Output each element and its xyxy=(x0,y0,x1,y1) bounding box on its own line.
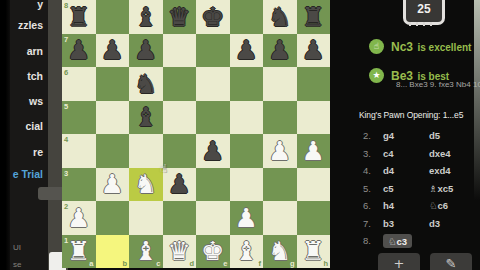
square-c2[interactable] xyxy=(129,201,163,235)
square-f2[interactable]: ♟ xyxy=(230,201,264,235)
square-f5[interactable] xyxy=(230,101,264,135)
square-b1[interactable]: b xyxy=(96,235,130,269)
black-pawn-f7: ♟ xyxy=(230,34,264,68)
square-c5[interactable]: ♝ xyxy=(129,101,163,135)
square-g1[interactable]: g♞ xyxy=(263,235,297,269)
square-e8[interactable]: ♚ xyxy=(196,0,230,34)
square-f3[interactable] xyxy=(230,168,264,202)
move-number: 8. xyxy=(363,235,383,246)
black-queen-d8: ♛ xyxy=(163,0,197,34)
white-pawn-b3: ♟ xyxy=(96,168,130,202)
black-pawn-e4: ♟ xyxy=(196,134,230,168)
move-row: 2.g4d5 xyxy=(363,127,480,145)
white-move[interactable]: d4 xyxy=(383,165,429,176)
square-f1[interactable]: f♝ xyxy=(230,235,264,269)
square-g2[interactable] xyxy=(263,201,297,235)
square-b7[interactable]: ♟ xyxy=(96,34,130,68)
black-move[interactable]: dxe4 xyxy=(429,148,480,159)
white-move[interactable]: c5 xyxy=(383,183,429,194)
white-knight-c3: ♞ xyxy=(129,168,163,202)
add-button[interactable]: + xyxy=(378,253,420,270)
square-e3[interactable] xyxy=(196,168,230,202)
black-rook-h8: ♜ xyxy=(297,0,331,34)
black-move[interactable]: exd4 xyxy=(429,165,480,176)
square-g5[interactable] xyxy=(263,101,297,135)
square-h6[interactable] xyxy=(297,67,331,101)
engine-move-label: Nc3 xyxy=(391,40,413,54)
white-move[interactable]: b3 xyxy=(383,218,429,229)
opening-name[interactable]: King's Pawn Opening: 1...e5 xyxy=(359,110,478,120)
white-pawn-f2: ♟ xyxy=(230,201,264,235)
white-pawn-h4: ♟ xyxy=(297,134,331,168)
square-e2[interactable] xyxy=(196,201,230,235)
rank-label: 4 xyxy=(64,136,68,144)
square-h8[interactable]: ♜ xyxy=(297,0,331,34)
square-h7[interactable]: ♟ xyxy=(297,34,331,68)
square-g8[interactable]: ♞ xyxy=(263,0,297,34)
chip-pins-decoration xyxy=(409,22,435,26)
square-a1[interactable]: 1a♜ xyxy=(62,235,96,269)
square-g6[interactable] xyxy=(263,67,297,101)
square-d3[interactable]: ♟ xyxy=(163,168,197,202)
square-d4[interactable] xyxy=(163,134,197,168)
file-label: f xyxy=(259,260,262,268)
rank-label: 6 xyxy=(64,69,68,77)
square-a4[interactable]: 4 xyxy=(62,134,96,168)
square-d6[interactable] xyxy=(163,67,197,101)
black-move[interactable]: d3 xyxy=(429,218,480,229)
black-pawn-c7: ♟ xyxy=(129,34,163,68)
white-move[interactable]: h4 xyxy=(383,200,429,211)
chess-board: 8♜♝♛♚♞♜7♟♟♟♟♟♟6♞5♝4♟♟♟3♟♞♟2♟♟1a♜bc♝d♛e♚f… xyxy=(62,0,330,268)
square-e4[interactable]: ♟ xyxy=(196,134,230,168)
black-pawn-b7: ♟ xyxy=(96,34,130,68)
sidebar-item[interactable]: arn xyxy=(10,45,43,57)
square-a5[interactable]: 5 xyxy=(62,101,96,135)
sidebar-footer-text: UI xyxy=(13,243,21,252)
sidebar-item[interactable]: zzles xyxy=(10,19,43,31)
move-number: 5. xyxy=(363,183,383,194)
square-d5[interactable] xyxy=(163,101,197,135)
white-pawn-g4: ♟ xyxy=(263,134,297,168)
square-h4[interactable]: ♟ xyxy=(297,134,331,168)
rank-label: 3 xyxy=(64,170,68,178)
move-number: 2. xyxy=(363,130,383,141)
sidebar-item[interactable]: re xyxy=(10,146,43,158)
square-g4[interactable]: ♟ xyxy=(263,134,297,168)
star-icon: ★ xyxy=(369,68,384,83)
square-a7[interactable]: 7♟ xyxy=(62,34,96,68)
square-f6[interactable] xyxy=(230,67,264,101)
sidebar-item[interactable]: ws xyxy=(10,95,43,107)
square-g3[interactable] xyxy=(263,168,297,202)
sidebar-item[interactable]: tch xyxy=(10,70,43,82)
black-knight-g8: ♞ xyxy=(263,0,297,34)
move-row: 4.d4exd4 xyxy=(363,162,480,180)
square-f7[interactable]: ♟ xyxy=(230,34,264,68)
edit-button[interactable]: ✎ xyxy=(430,253,472,270)
square-b2[interactable] xyxy=(96,201,130,235)
engine-verdict-label: is excellent xyxy=(417,42,471,53)
black-move[interactable]: d5 xyxy=(429,130,480,141)
sidebar-footer-text: se xyxy=(13,260,21,269)
current-move-chip[interactable]: ♘c3 xyxy=(383,234,412,248)
black-move[interactable]: ♗xc5 xyxy=(429,183,480,194)
square-e5[interactable] xyxy=(196,101,230,135)
square-h3[interactable] xyxy=(297,168,331,202)
file-label: h xyxy=(323,260,328,268)
square-h2[interactable] xyxy=(297,201,331,235)
square-c7[interactable]: ♟ xyxy=(129,34,163,68)
black-pawn-g7: ♟ xyxy=(263,34,297,68)
square-b6[interactable] xyxy=(96,67,130,101)
square-a6[interactable]: 6 xyxy=(62,67,96,101)
sidebar-item[interactable]: y xyxy=(10,0,43,10)
black-pawn-h7: ♟ xyxy=(297,34,331,68)
square-d2[interactable] xyxy=(163,201,197,235)
black-pawn-d3: ♟ xyxy=(163,168,197,202)
square-c3[interactable]: ♞ xyxy=(129,168,163,202)
move-number: 7. xyxy=(363,218,383,229)
square-h1[interactable]: h♜ xyxy=(297,235,331,269)
square-c1[interactable]: c♝ xyxy=(129,235,163,269)
move-row: 7.b3d3 xyxy=(363,215,480,233)
move-number: 6. xyxy=(363,200,383,211)
square-b8[interactable] xyxy=(96,0,130,34)
move-number: 4. xyxy=(363,165,383,176)
screen-glare xyxy=(474,0,480,200)
black-knight-c6: ♞ xyxy=(129,67,163,101)
rank-label: 8 xyxy=(64,2,68,10)
square-a3[interactable]: 3 xyxy=(62,168,96,202)
rank-label: 1 xyxy=(64,237,68,245)
move-list: 2.g4d53.c4dxe44.d4exd45.c5♗xc56.h4♘c67.b… xyxy=(363,127,480,250)
sidebar-item[interactable]: cial xyxy=(10,120,43,132)
square-c4[interactable] xyxy=(129,134,163,168)
square-c6[interactable]: ♞ xyxy=(129,67,163,101)
black-move[interactable]: ♘c6 xyxy=(429,200,480,211)
square-f4[interactable] xyxy=(230,134,264,168)
move-row: 5.c5♗xc5 xyxy=(363,180,480,198)
black-bishop-c5: ♝ xyxy=(129,101,163,135)
nav-sidebar: yzzlesarntchwscialree TrialUIse xyxy=(10,0,62,270)
rank-label: 2 xyxy=(64,203,68,211)
square-d8[interactable]: ♛ xyxy=(163,0,197,34)
move-row: 6.h4♘c6 xyxy=(363,197,480,215)
square-f8[interactable] xyxy=(230,0,264,34)
black-king-e8: ♚ xyxy=(196,0,230,34)
white-move[interactable]: c4 xyxy=(383,148,429,159)
file-label: g xyxy=(290,260,295,268)
move-row: 3.c4dxe4 xyxy=(363,145,480,163)
square-c8[interactable]: ♝ xyxy=(129,0,163,34)
rank-label: 5 xyxy=(64,103,68,111)
rank-label: 7 xyxy=(64,36,68,44)
engine-pv-line[interactable]: 8... Bxe3 9. fxe3 Nb4 10 xyxy=(396,80,480,89)
sidebar-item-free-trial[interactable]: e Trial xyxy=(10,168,43,180)
square-d1[interactable]: d♛ xyxy=(163,235,197,269)
move-number: 3. xyxy=(363,148,383,159)
square-g7[interactable]: ♟ xyxy=(263,34,297,68)
file-label: b xyxy=(122,260,127,268)
square-b3[interactable]: ♟ xyxy=(96,168,130,202)
square-e7[interactable] xyxy=(196,34,230,68)
file-label: a xyxy=(89,260,93,268)
square-e6[interactable] xyxy=(196,67,230,101)
square-b5[interactable] xyxy=(96,101,130,135)
square-h5[interactable] xyxy=(297,101,331,135)
square-e1[interactable]: e♚ xyxy=(196,235,230,269)
file-label: e xyxy=(223,260,227,268)
hand-cursor-icon: ☝ xyxy=(160,162,167,175)
file-label: c xyxy=(156,260,160,268)
pencil-icon: ✎ xyxy=(446,256,457,270)
thumbs-up-icon: ☝ xyxy=(369,39,384,54)
monitor-bezel xyxy=(0,0,10,270)
plus-icon: + xyxy=(394,256,405,270)
white-move[interactable]: ♘c3 xyxy=(383,235,429,246)
square-a8[interactable]: 8♜ xyxy=(62,0,96,34)
square-d7[interactable] xyxy=(163,34,197,68)
engine-depth-value: 25 xyxy=(417,2,430,16)
file-label: d xyxy=(189,260,194,268)
engine-line-excellent[interactable]: ☝ Nc3 is excellent xyxy=(369,37,471,55)
square-a2[interactable]: 2♟ xyxy=(62,201,96,235)
square-b4[interactable] xyxy=(96,134,130,168)
black-bishop-c8: ♝ xyxy=(129,0,163,34)
white-move[interactable]: g4 xyxy=(383,130,429,141)
move-row: 8.♘c3 xyxy=(363,232,480,250)
